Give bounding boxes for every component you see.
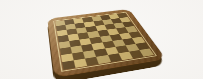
board-square — [96, 55, 110, 64]
board-square — [59, 41, 71, 49]
board-square — [129, 50, 144, 58]
board-square — [102, 41, 115, 49]
board-square — [94, 48, 107, 56]
board-square — [107, 53, 121, 62]
board-square — [118, 52, 132, 61]
board-square — [132, 37, 146, 44]
board-square — [62, 60, 75, 70]
board-square — [79, 38, 91, 45]
board-square — [122, 38, 135, 45]
board-square — [60, 47, 72, 55]
board-square — [115, 45, 129, 53]
board-squares — [55, 13, 154, 70]
board-square — [112, 39, 125, 46]
board-square — [61, 53, 74, 62]
board-square — [128, 31, 141, 38]
board-square — [90, 37, 102, 44]
board-square — [83, 50, 96, 58]
product-photo — [0, 0, 203, 79]
board-square — [85, 57, 99, 66]
scene — [0, 0, 203, 79]
board-square — [125, 44, 139, 52]
board-square — [71, 45, 84, 53]
board-square — [135, 42, 149, 50]
board-square — [105, 47, 119, 55]
board-square — [139, 48, 154, 56]
board-square — [92, 42, 105, 50]
board-square — [72, 52, 85, 61]
board-square — [69, 39, 81, 46]
board-square — [81, 44, 94, 52]
board-square — [74, 58, 88, 67]
chessboard — [47, 9, 166, 78]
